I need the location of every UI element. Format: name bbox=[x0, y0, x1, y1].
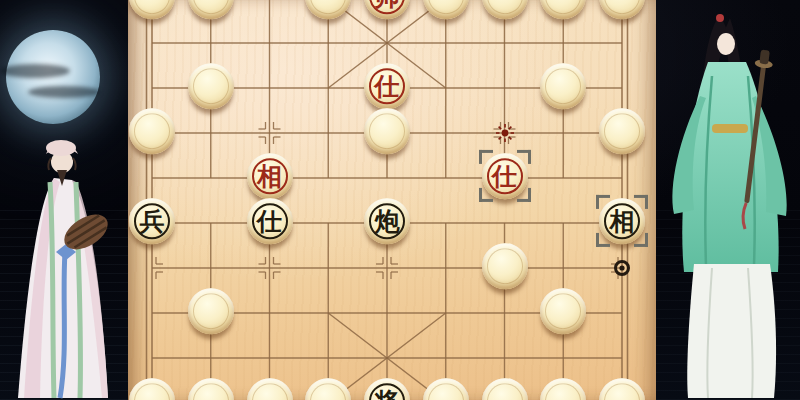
black-cannon-glyph: 炮 bbox=[369, 203, 405, 239]
red-advisor[interactable]: 仕 bbox=[482, 153, 528, 199]
hidden-piece-glyph bbox=[310, 0, 346, 14]
hidden-piece-glyph bbox=[428, 383, 464, 400]
hidden-piece-glyph bbox=[193, 293, 229, 329]
hidden-piece-glyph bbox=[134, 113, 170, 149]
xiangqi-board[interactable]: 帅仕相仕兵仕炮相将 bbox=[128, 0, 656, 400]
black-soldier[interactable]: 兵 bbox=[129, 198, 175, 244]
hidden-piece-glyph bbox=[310, 383, 346, 400]
moon-icon bbox=[6, 30, 100, 124]
red-elephant[interactable]: 相 bbox=[247, 153, 293, 199]
hidden-piece-glyph bbox=[487, 383, 523, 400]
hidden-piece-glyph bbox=[134, 383, 170, 400]
hidden-piece-glyph bbox=[428, 0, 464, 14]
black-cannon[interactable]: 炮 bbox=[364, 198, 410, 244]
hidden-piece-glyph bbox=[134, 0, 170, 14]
hidden-piece[interactable] bbox=[188, 288, 234, 334]
hidden-piece[interactable] bbox=[188, 63, 234, 109]
hidden-piece[interactable] bbox=[364, 108, 410, 154]
red-elephant-glyph: 相 bbox=[252, 158, 288, 194]
black-advisor[interactable]: 仕 bbox=[247, 198, 293, 244]
red-advisor[interactable]: 仕 bbox=[364, 63, 410, 109]
hidden-piece-glyph bbox=[193, 383, 229, 400]
black-advisor-glyph: 仕 bbox=[252, 203, 288, 239]
black-soldier-glyph: 兵 bbox=[134, 203, 170, 239]
hidden-piece[interactable] bbox=[540, 288, 586, 334]
hidden-piece-glyph bbox=[252, 383, 288, 400]
hidden-piece-glyph bbox=[545, 293, 581, 329]
hidden-piece-glyph bbox=[369, 113, 405, 149]
hidden-piece[interactable] bbox=[540, 63, 586, 109]
hidden-piece-glyph bbox=[193, 68, 229, 104]
hidden-piece-glyph bbox=[487, 0, 523, 14]
hidden-piece[interactable] bbox=[129, 108, 175, 154]
black-elephant-glyph: 相 bbox=[604, 203, 640, 239]
hidden-piece-glyph bbox=[545, 0, 581, 14]
hidden-piece-glyph bbox=[604, 0, 640, 14]
hidden-piece[interactable] bbox=[599, 108, 645, 154]
hidden-piece-glyph bbox=[545, 383, 581, 400]
red-advisor-glyph: 仕 bbox=[487, 158, 523, 194]
red-advisor-glyph: 仕 bbox=[369, 68, 405, 104]
right-figure-illustration bbox=[660, 6, 800, 400]
hidden-piece-glyph bbox=[487, 248, 523, 284]
black-elephant[interactable]: 相 bbox=[599, 198, 645, 244]
game-scene: 帅仕相仕兵仕炮相将 bbox=[0, 0, 800, 400]
hidden-piece-glyph bbox=[193, 0, 229, 14]
hidden-piece-glyph bbox=[604, 113, 640, 149]
hidden-piece[interactable] bbox=[482, 243, 528, 289]
black-general-glyph: 将 bbox=[369, 383, 405, 400]
hidden-piece-glyph bbox=[604, 383, 640, 400]
hidden-piece-glyph bbox=[545, 68, 581, 104]
left-figure-illustration bbox=[2, 140, 128, 400]
red-general-glyph: 帅 bbox=[369, 0, 405, 14]
